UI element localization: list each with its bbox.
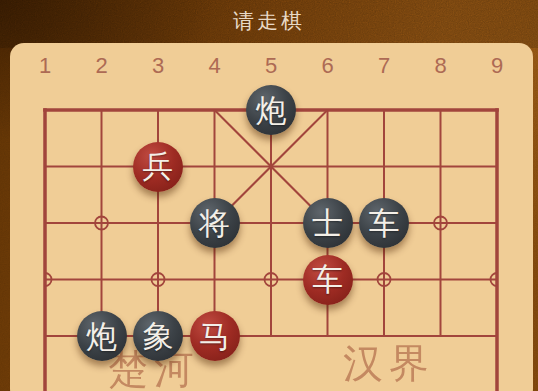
app-background: 请走棋 1 2 3 4 5 6 7 8 9 (0, 0, 538, 391)
piece-black-cannon-top[interactable]: 炮 (246, 85, 296, 135)
status-text: 请走棋 (0, 7, 538, 35)
piece-glyph: 车 (312, 264, 343, 295)
piece-red-chariot[interactable]: 车 (303, 255, 353, 305)
piece-black-chariot[interactable]: 车 (359, 198, 409, 248)
piece-glyph: 将 (199, 208, 230, 239)
piece-black-general[interactable]: 将 (190, 198, 240, 248)
xiangqi-board[interactable]: 1 2 3 4 5 6 7 8 9 (10, 43, 533, 391)
piece-glyph: 炮 (86, 321, 117, 352)
piece-glyph: 炮 (256, 95, 287, 126)
piece-red-soldier[interactable]: 兵 (133, 142, 183, 192)
piece-black-cannon-bottom[interactable]: 炮 (77, 311, 127, 361)
piece-glyph: 士 (312, 208, 343, 239)
piece-glyph: 兵 (143, 151, 174, 182)
piece-glyph: 象 (143, 321, 174, 352)
piece-black-elephant[interactable]: 象 (133, 311, 183, 361)
river-label-han-jie: 汉界 (343, 343, 435, 383)
piece-black-advisor[interactable]: 士 (303, 198, 353, 248)
piece-red-horse[interactable]: 马 (190, 311, 240, 361)
piece-glyph: 车 (369, 208, 400, 239)
piece-glyph: 马 (199, 321, 230, 352)
